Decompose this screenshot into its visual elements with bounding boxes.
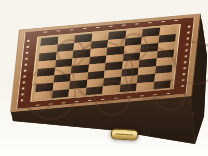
squares-grid	[34, 26, 176, 100]
square-d1	[85, 86, 103, 95]
board-top-face	[11, 14, 200, 112]
square-e1	[102, 85, 120, 94]
product-photo-scene	[0, 0, 208, 156]
chessboard-box-lid	[11, 14, 200, 112]
square-f1	[119, 83, 137, 92]
inlay-dots-right	[179, 23, 192, 90]
square-h1	[153, 80, 171, 89]
board-inner-field	[30, 24, 180, 102]
square-a1	[34, 91, 52, 100]
inlay-dots-left	[19, 37, 32, 104]
square-c1	[68, 88, 86, 97]
square-g1	[136, 82, 154, 91]
brass-latch	[111, 128, 139, 140]
square-b1	[51, 89, 69, 98]
inlay-border-band	[16, 17, 195, 110]
